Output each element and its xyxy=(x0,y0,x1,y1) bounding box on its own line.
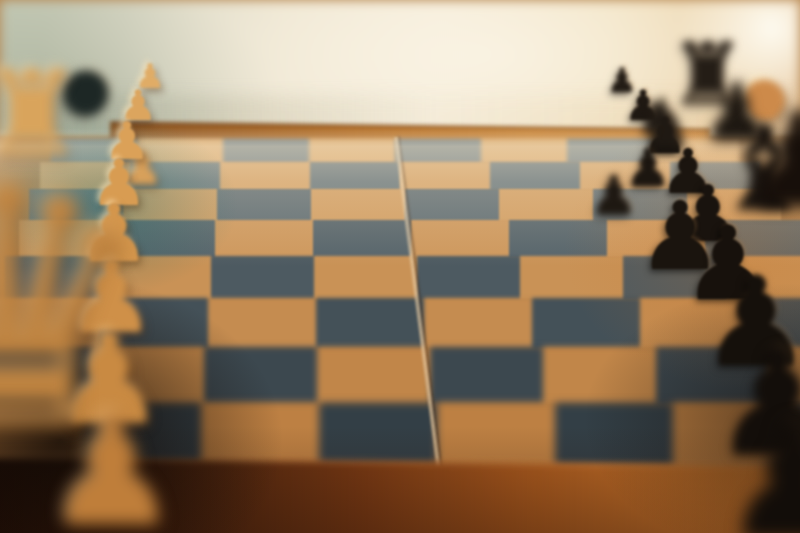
board-square xyxy=(555,403,673,467)
board-square xyxy=(481,139,567,164)
board-square xyxy=(417,256,520,300)
board-square xyxy=(204,347,317,405)
board-square xyxy=(437,403,555,467)
piece-black-pawn: ♟ xyxy=(721,402,800,533)
piece-black-pawn: ♟ xyxy=(590,169,638,223)
board-square xyxy=(316,298,424,349)
board-square xyxy=(424,298,532,349)
chess-photo-scene: ♛♜●♟♟♟♟♟♟♟♟♟♜♟♞♝●♟♟♟♟♟♟♟♟♟♟♟♟♟ xyxy=(0,0,800,533)
board-square xyxy=(215,220,313,258)
board-square xyxy=(223,139,309,164)
board-square xyxy=(211,256,314,300)
board-square xyxy=(313,220,411,258)
board-square xyxy=(532,298,640,349)
board-square xyxy=(208,298,316,349)
board-square xyxy=(217,189,311,222)
piece-black-pawn: ♟ xyxy=(742,95,800,225)
board-square xyxy=(314,256,417,300)
board-square xyxy=(520,256,623,300)
board-square xyxy=(405,189,499,222)
piece-white-king-foreground: ♛ xyxy=(0,145,154,475)
board-square xyxy=(395,139,481,164)
board-square xyxy=(499,189,593,222)
board-square xyxy=(319,403,437,467)
board-square xyxy=(400,162,490,191)
board-square xyxy=(490,162,580,191)
board-square xyxy=(309,139,395,164)
board-square xyxy=(543,347,656,405)
board-square xyxy=(310,162,400,191)
board-square xyxy=(317,347,430,405)
board-square xyxy=(220,162,310,191)
board-square xyxy=(430,347,543,405)
board-square xyxy=(201,403,319,467)
board-square xyxy=(311,189,405,222)
board-square xyxy=(411,220,509,258)
